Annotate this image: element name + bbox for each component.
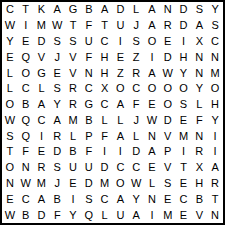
- cell-r11c10[interactable]: E: [144, 160, 160, 176]
- cell-r8c3[interactable]: C: [34, 112, 50, 128]
- cell-r14c6[interactable]: Q: [81, 207, 97, 223]
- cell-r4c6[interactable]: F: [81, 49, 97, 65]
- cell-r4c12[interactable]: H: [176, 49, 192, 65]
- cell-r10c6[interactable]: F: [81, 144, 97, 160]
- cell-r7c2[interactable]: B: [18, 97, 34, 113]
- cell-r14c13[interactable]: V: [191, 207, 207, 223]
- cell-r1c4[interactable]: A: [49, 2, 65, 18]
- cell-r11c14[interactable]: A: [207, 160, 223, 176]
- cell-r5c9[interactable]: R: [128, 65, 144, 81]
- cell-r8c13[interactable]: F: [191, 112, 207, 128]
- cell-r4c9[interactable]: Z: [128, 49, 144, 65]
- cell-r1c1[interactable]: C: [2, 2, 18, 18]
- cell-r11c5[interactable]: U: [65, 160, 81, 176]
- cell-r13c9[interactable]: Y: [128, 191, 144, 207]
- cell-r2c12[interactable]: D: [176, 18, 192, 34]
- cell-r10c2[interactable]: F: [18, 144, 34, 160]
- cell-r6c14[interactable]: O: [207, 81, 223, 97]
- cell-r2c6[interactable]: F: [81, 18, 97, 34]
- cell-r3c10[interactable]: O: [144, 34, 160, 50]
- cell-r7c7[interactable]: C: [97, 97, 113, 113]
- cell-r9c9[interactable]: L: [128, 128, 144, 144]
- cell-r13c11[interactable]: E: [160, 191, 176, 207]
- cell-r5c8[interactable]: Z: [112, 65, 128, 81]
- cell-r5c13[interactable]: N: [191, 65, 207, 81]
- cell-r10c13[interactable]: R: [191, 144, 207, 160]
- cell-r9c5[interactable]: L: [65, 128, 81, 144]
- cell-r11c13[interactable]: X: [191, 160, 207, 176]
- cell-r8c4[interactable]: A: [49, 112, 65, 128]
- cell-r6c12[interactable]: O: [176, 81, 192, 97]
- cell-r7c4[interactable]: Y: [49, 97, 65, 113]
- cell-r3c3[interactable]: D: [34, 34, 50, 50]
- cell-r7c5[interactable]: R: [65, 97, 81, 113]
- cell-r8c12[interactable]: E: [176, 112, 192, 128]
- cell-r3c11[interactable]: E: [160, 34, 176, 50]
- cell-r1c12[interactable]: D: [176, 2, 192, 18]
- cell-r11c3[interactable]: R: [34, 160, 50, 176]
- cell-r9c12[interactable]: M: [176, 128, 192, 144]
- cell-r14c11[interactable]: M: [160, 207, 176, 223]
- cell-r7c9[interactable]: F: [128, 97, 144, 113]
- cell-r2c1[interactable]: W: [2, 18, 18, 34]
- cell-r5c2[interactable]: O: [18, 65, 34, 81]
- cell-r12c3[interactable]: M: [34, 176, 50, 192]
- cell-r6c1[interactable]: L: [2, 81, 18, 97]
- cell-r10c5[interactable]: B: [65, 144, 81, 160]
- cell-r2c2[interactable]: I: [18, 18, 34, 34]
- cell-r1c11[interactable]: N: [160, 2, 176, 18]
- cell-r3c1[interactable]: Y: [2, 34, 18, 50]
- cell-r6c2[interactable]: C: [18, 81, 34, 97]
- cell-r10c10[interactable]: A: [144, 144, 160, 160]
- cell-r4c4[interactable]: J: [49, 49, 65, 65]
- cell-r2c7[interactable]: T: [97, 18, 113, 34]
- cell-r9c3[interactable]: I: [34, 128, 50, 144]
- cell-r14c3[interactable]: D: [34, 207, 50, 223]
- cell-r11c8[interactable]: C: [112, 160, 128, 176]
- cell-r2c5[interactable]: T: [65, 18, 81, 34]
- cell-r14c4[interactable]: F: [49, 207, 65, 223]
- cell-r9c2[interactable]: Q: [18, 128, 34, 144]
- cell-r4c10[interactable]: I: [144, 49, 160, 65]
- cell-r1c10[interactable]: A: [144, 2, 160, 18]
- cell-r12c11[interactable]: S: [160, 176, 176, 192]
- cell-r8c8[interactable]: L: [112, 112, 128, 128]
- cell-r10c3[interactable]: E: [34, 144, 50, 160]
- cell-r12c9[interactable]: W: [128, 176, 144, 192]
- cell-r2c8[interactable]: U: [112, 18, 128, 34]
- cell-r4c14[interactable]: N: [207, 49, 223, 65]
- cell-r5c3[interactable]: G: [34, 65, 50, 81]
- cell-r10c8[interactable]: I: [112, 144, 128, 160]
- cell-r9c1[interactable]: S: [2, 128, 18, 144]
- cell-r8c2[interactable]: Q: [18, 112, 34, 128]
- cell-r9c8[interactable]: A: [112, 128, 128, 144]
- cell-r11c4[interactable]: S: [49, 160, 65, 176]
- cell-r14c9[interactable]: A: [128, 207, 144, 223]
- cell-r1c3[interactable]: K: [34, 2, 50, 18]
- cell-r13c8[interactable]: A: [112, 191, 128, 207]
- cell-r13c13[interactable]: B: [191, 191, 207, 207]
- cell-r2c9[interactable]: J: [128, 18, 144, 34]
- cell-r13c10[interactable]: N: [144, 191, 160, 207]
- cell-r1c13[interactable]: S: [191, 2, 207, 18]
- cell-r11c2[interactable]: N: [18, 160, 34, 176]
- cell-r3c7[interactable]: C: [97, 34, 113, 50]
- cell-r9c10[interactable]: N: [144, 128, 160, 144]
- cell-r8c10[interactable]: W: [144, 112, 160, 128]
- cell-r10c11[interactable]: P: [160, 144, 176, 160]
- cell-r2c3[interactable]: M: [34, 18, 50, 34]
- cell-r4c13[interactable]: N: [191, 49, 207, 65]
- cell-r2c4[interactable]: W: [49, 18, 65, 34]
- cell-r11c7[interactable]: D: [97, 160, 113, 176]
- cell-r9c13[interactable]: N: [191, 128, 207, 144]
- cell-r6c9[interactable]: C: [128, 81, 144, 97]
- cell-r7c6[interactable]: G: [81, 97, 97, 113]
- cell-r2c13[interactable]: A: [191, 18, 207, 34]
- cell-r3c5[interactable]: S: [65, 34, 81, 50]
- cell-r6c3[interactable]: L: [34, 81, 50, 97]
- cell-r10c1[interactable]: T: [2, 144, 18, 160]
- cell-r4c1[interactable]: E: [2, 49, 18, 65]
- cell-r5c4[interactable]: E: [49, 65, 65, 81]
- cell-r6c7[interactable]: X: [97, 81, 113, 97]
- cell-r4c8[interactable]: E: [112, 49, 128, 65]
- cell-r14c7[interactable]: L: [97, 207, 113, 223]
- cell-r1c8[interactable]: D: [112, 2, 128, 18]
- cell-r7c8[interactable]: A: [112, 97, 128, 113]
- cell-r6c5[interactable]: R: [65, 81, 81, 97]
- cell-r14c1[interactable]: W: [2, 207, 18, 223]
- cell-r3c8[interactable]: I: [112, 34, 128, 50]
- cell-r12c12[interactable]: E: [176, 176, 192, 192]
- cell-r6c8[interactable]: O: [112, 81, 128, 97]
- cell-r1c14[interactable]: Y: [207, 2, 223, 18]
- cell-r1c2[interactable]: T: [18, 2, 34, 18]
- cell-r10c9[interactable]: D: [128, 144, 144, 160]
- cell-r4c5[interactable]: V: [65, 49, 81, 65]
- cell-r3c13[interactable]: X: [191, 34, 207, 50]
- cell-r9c11[interactable]: V: [160, 128, 176, 144]
- cell-r14c5[interactable]: Y: [65, 207, 81, 223]
- cell-r8c1[interactable]: W: [2, 112, 18, 128]
- cell-r7c13[interactable]: L: [191, 97, 207, 113]
- cell-r3c12[interactable]: I: [176, 34, 192, 50]
- cell-r14c8[interactable]: U: [112, 207, 128, 223]
- cell-r2c10[interactable]: A: [144, 18, 160, 34]
- cell-r12c1[interactable]: N: [2, 176, 18, 192]
- cell-r11c1[interactable]: O: [2, 160, 18, 176]
- cell-r11c6[interactable]: U: [81, 160, 97, 176]
- cell-r6c4[interactable]: S: [49, 81, 65, 97]
- cell-r1c7[interactable]: A: [97, 2, 113, 18]
- cell-r9c6[interactable]: P: [81, 128, 97, 144]
- cell-r14c10[interactable]: I: [144, 207, 160, 223]
- cell-r6c10[interactable]: O: [144, 81, 160, 97]
- cell-r12c13[interactable]: H: [191, 176, 207, 192]
- cell-r5c11[interactable]: W: [160, 65, 176, 81]
- cell-r4c11[interactable]: D: [160, 49, 176, 65]
- cell-r4c3[interactable]: V: [34, 49, 50, 65]
- cell-r12c4[interactable]: J: [49, 176, 65, 192]
- cell-r1c9[interactable]: L: [128, 2, 144, 18]
- cell-r5c7[interactable]: H: [97, 65, 113, 81]
- cell-r13c3[interactable]: A: [34, 191, 50, 207]
- cell-r14c12[interactable]: E: [176, 207, 192, 223]
- cell-r5c5[interactable]: V: [65, 65, 81, 81]
- cell-r5c12[interactable]: Y: [176, 65, 192, 81]
- cell-r7c12[interactable]: S: [176, 97, 192, 113]
- cell-r10c12[interactable]: I: [176, 144, 192, 160]
- cell-r11c9[interactable]: C: [128, 160, 144, 176]
- cell-r5c10[interactable]: A: [144, 65, 160, 81]
- cell-r13c7[interactable]: C: [97, 191, 113, 207]
- cell-r10c4[interactable]: D: [49, 144, 65, 160]
- cell-r8c5[interactable]: M: [65, 112, 81, 128]
- cell-r12c7[interactable]: M: [97, 176, 113, 192]
- cell-r2c11[interactable]: R: [160, 18, 176, 34]
- cell-r2c14[interactable]: S: [207, 18, 223, 34]
- cell-r6c13[interactable]: Y: [191, 81, 207, 97]
- cell-r10c7[interactable]: I: [97, 144, 113, 160]
- cell-r9c7[interactable]: F: [97, 128, 113, 144]
- cell-r12c2[interactable]: W: [18, 176, 34, 192]
- cell-r13c14[interactable]: T: [207, 191, 223, 207]
- cell-r9c14[interactable]: I: [207, 128, 223, 144]
- cell-r6c11[interactable]: O: [160, 81, 176, 97]
- cell-r12c5[interactable]: E: [65, 176, 81, 192]
- cell-r1c6[interactable]: B: [81, 2, 97, 18]
- cell-r7c3[interactable]: A: [34, 97, 50, 113]
- cell-r7c1[interactable]: O: [2, 97, 18, 113]
- cell-r10c14[interactable]: I: [207, 144, 223, 160]
- cell-r13c4[interactable]: B: [49, 191, 65, 207]
- cell-r14c14[interactable]: N: [207, 207, 223, 223]
- cell-r14c2[interactable]: B: [18, 207, 34, 223]
- cell-r8c7[interactable]: L: [97, 112, 113, 128]
- cell-r11c12[interactable]: T: [176, 160, 192, 176]
- cell-r13c2[interactable]: C: [18, 191, 34, 207]
- cell-r11c11[interactable]: V: [160, 160, 176, 176]
- cell-r3c4[interactable]: S: [49, 34, 65, 50]
- cell-r3c14[interactable]: C: [207, 34, 223, 50]
- word-search-board: CTKAGBADLANDSYWIMWTFTUJARDASYEDSSUCISOEI…: [0, 0, 225, 225]
- cell-r13c12[interactable]: C: [176, 191, 192, 207]
- cell-r7c14[interactable]: H: [207, 97, 223, 113]
- cell-r12c6[interactable]: D: [81, 176, 97, 192]
- cell-r12c8[interactable]: O: [112, 176, 128, 192]
- cell-r13c1[interactable]: E: [2, 191, 18, 207]
- cell-r8c6[interactable]: B: [81, 112, 97, 128]
- cell-r5c14[interactable]: M: [207, 65, 223, 81]
- cell-r8c9[interactable]: J: [128, 112, 144, 128]
- cell-r13c5[interactable]: I: [65, 191, 81, 207]
- cell-r3c2[interactable]: E: [18, 34, 34, 50]
- cell-r5c1[interactable]: L: [2, 65, 18, 81]
- cell-r8c14[interactable]: Y: [207, 112, 223, 128]
- cell-r8c11[interactable]: D: [160, 112, 176, 128]
- cell-r4c7[interactable]: H: [97, 49, 113, 65]
- cell-r13c6[interactable]: S: [81, 191, 97, 207]
- cell-r6c6[interactable]: C: [81, 81, 97, 97]
- cell-r7c11[interactable]: O: [160, 97, 176, 113]
- cell-r3c9[interactable]: S: [128, 34, 144, 50]
- cell-r5c6[interactable]: N: [81, 65, 97, 81]
- cell-r4c2[interactable]: Q: [18, 49, 34, 65]
- cell-r3c6[interactable]: U: [81, 34, 97, 50]
- cell-r12c10[interactable]: L: [144, 176, 160, 192]
- cell-r12c14[interactable]: R: [207, 176, 223, 192]
- cell-r1c5[interactable]: G: [65, 2, 81, 18]
- cell-r7c10[interactable]: E: [144, 97, 160, 113]
- cell-r9c4[interactable]: R: [49, 128, 65, 144]
